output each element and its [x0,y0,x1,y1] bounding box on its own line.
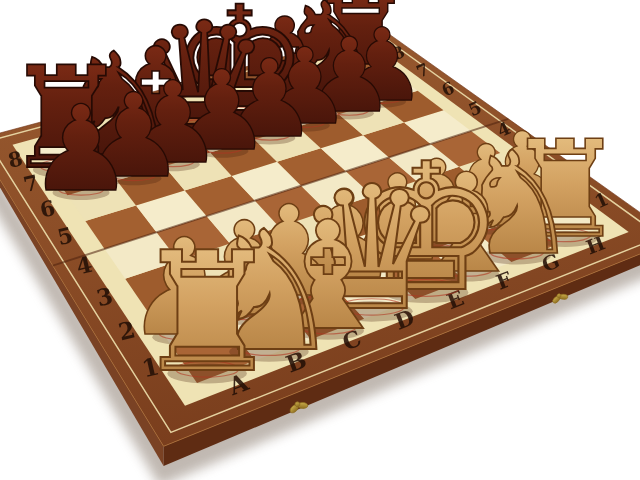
piece-white-rook: ♜ [133,216,281,409]
piece-black-pawn: ♟ [28,80,134,218]
chess-board: 1122334455667788AABBCCDDEEFFGGHH♜♞♟♝♟♚♟♛… [0,0,640,480]
chess-set-photo: 1122334455667788AABBCCDDEEFFGGHH♜♞♟♝♟♚♟♛… [0,0,640,480]
